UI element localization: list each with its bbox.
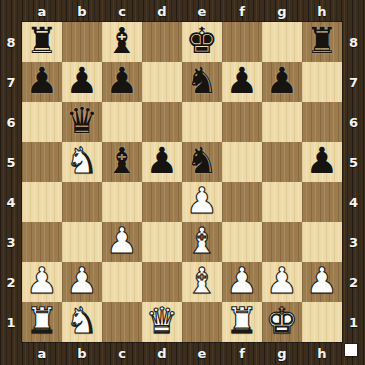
file-label-c: c <box>102 0 142 22</box>
square-f8[interactable] <box>222 22 262 62</box>
square-g8[interactable] <box>262 22 302 62</box>
piece-bK[interactable]: ♚︎ <box>186 23 218 59</box>
square-c5[interactable]: ♝︎ <box>102 142 142 182</box>
piece-bP[interactable]: ♟︎ <box>146 143 178 179</box>
square-a6[interactable] <box>22 102 62 142</box>
piece-bP[interactable]: ♟︎ <box>306 143 338 179</box>
square-g1[interactable]: ♚︎ <box>262 302 302 342</box>
chess-board-frame: abcdefgh 87654321 ♜︎♝︎♚︎♜︎♟︎♟︎♟︎♞︎♟︎♟︎♛︎… <box>0 0 365 365</box>
square-c7[interactable]: ♟︎ <box>102 62 142 102</box>
square-d5[interactable]: ♟︎ <box>142 142 182 182</box>
square-g7[interactable]: ♟︎ <box>262 62 302 102</box>
file-label-a: a <box>22 342 62 365</box>
ranks-left: 87654321 <box>0 22 22 342</box>
piece-wP[interactable]: ♟︎ <box>226 263 258 299</box>
file-label-h: h <box>302 342 342 365</box>
piece-bP[interactable]: ♟︎ <box>226 63 258 99</box>
square-f3[interactable] <box>222 222 262 262</box>
square-b5[interactable]: ♞︎ <box>62 142 102 182</box>
square-e7[interactable]: ♞︎ <box>182 62 222 102</box>
rank-label-2: 2 <box>0 262 22 302</box>
piece-bP[interactable]: ♟︎ <box>66 63 98 99</box>
square-b6[interactable]: ♛︎ <box>62 102 102 142</box>
piece-wP[interactable]: ♟︎ <box>26 263 58 299</box>
square-g2[interactable]: ♟︎ <box>262 262 302 302</box>
square-c2[interactable] <box>102 262 142 302</box>
square-f4[interactable] <box>222 182 262 222</box>
square-e6[interactable] <box>182 102 222 142</box>
square-h4[interactable] <box>302 182 342 222</box>
file-label-d: d <box>142 0 182 22</box>
piece-wK[interactable]: ♚︎ <box>266 303 298 339</box>
files-top: abcdefgh <box>22 0 342 22</box>
square-d6[interactable] <box>142 102 182 142</box>
file-label-c: c <box>102 342 142 365</box>
piece-bB[interactable]: ♝︎ <box>106 143 138 179</box>
square-b7[interactable]: ♟︎ <box>62 62 102 102</box>
square-b8[interactable] <box>62 22 102 62</box>
files-bottom: abcdefgh <box>22 342 342 365</box>
rank-label-8: 8 <box>0 22 22 62</box>
square-a5[interactable] <box>22 142 62 182</box>
square-a8[interactable]: ♜︎ <box>22 22 62 62</box>
square-h1[interactable] <box>302 302 342 342</box>
square-a7[interactable]: ♟︎ <box>22 62 62 102</box>
square-c6[interactable] <box>102 102 142 142</box>
rank-label-1: 1 <box>0 302 22 342</box>
piece-bP[interactable]: ♟︎ <box>266 63 298 99</box>
piece-bB[interactable]: ♝︎ <box>106 23 138 59</box>
square-g4[interactable] <box>262 182 302 222</box>
piece-wR[interactable]: ♜︎ <box>26 303 58 339</box>
rank-label-4: 4 <box>0 182 22 222</box>
piece-wQ[interactable]: ♛︎ <box>146 303 178 339</box>
square-b1[interactable]: ♞︎ <box>62 302 102 342</box>
piece-wP[interactable]: ♟︎ <box>266 263 298 299</box>
rank-label-5: 5 <box>0 142 22 182</box>
square-h3[interactable] <box>302 222 342 262</box>
file-label-f: f <box>222 0 262 22</box>
square-d8[interactable] <box>142 22 182 62</box>
square-e1[interactable] <box>182 302 222 342</box>
square-c1[interactable] <box>102 302 142 342</box>
piece-wN[interactable]: ♞︎ <box>66 303 98 339</box>
rank-label-7: 7 <box>342 62 365 102</box>
square-c8[interactable]: ♝︎ <box>102 22 142 62</box>
square-a1[interactable]: ♜︎ <box>22 302 62 342</box>
board: ♜︎♝︎♚︎♜︎♟︎♟︎♟︎♞︎♟︎♟︎♛︎♞︎♝︎♟︎♞︎♟︎♟︎♟︎♝︎♟︎… <box>22 22 342 342</box>
piece-bN[interactable]: ♞︎ <box>186 143 218 179</box>
ranks-right: 87654321 <box>342 22 365 342</box>
piece-wP[interactable]: ♟︎ <box>186 183 218 219</box>
rank-label-6: 6 <box>0 102 22 142</box>
rank-label-5: 5 <box>342 142 365 182</box>
rank-label-2: 2 <box>342 262 365 302</box>
file-label-d: d <box>142 342 182 365</box>
square-h8[interactable]: ♜︎ <box>302 22 342 62</box>
piece-wR[interactable]: ♜︎ <box>226 303 258 339</box>
piece-bQ[interactable]: ♛︎ <box>66 103 98 139</box>
piece-wP[interactable]: ♟︎ <box>66 263 98 299</box>
file-label-e: e <box>182 0 222 22</box>
piece-wP[interactable]: ♟︎ <box>306 263 338 299</box>
rank-label-3: 3 <box>342 222 365 262</box>
piece-wP[interactable]: ♟︎ <box>106 223 138 259</box>
square-c3[interactable]: ♟︎ <box>102 222 142 262</box>
square-c4[interactable] <box>102 182 142 222</box>
square-h6[interactable] <box>302 102 342 142</box>
square-h7[interactable] <box>302 62 342 102</box>
rank-label-7: 7 <box>0 62 22 102</box>
file-label-b: b <box>62 342 102 365</box>
piece-wN[interactable]: ♞︎ <box>66 143 98 179</box>
square-f2[interactable]: ♟︎ <box>222 262 262 302</box>
piece-wB[interactable]: ♝︎ <box>186 223 218 259</box>
rank-label-4: 4 <box>342 182 365 222</box>
piece-bP[interactable]: ♟︎ <box>26 63 58 99</box>
piece-bR[interactable]: ♜︎ <box>306 23 338 59</box>
piece-bP[interactable]: ♟︎ <box>106 63 138 99</box>
rank-label-3: 3 <box>0 222 22 262</box>
square-e5[interactable]: ♞︎ <box>182 142 222 182</box>
file-label-g: g <box>262 0 302 22</box>
file-label-g: g <box>262 342 302 365</box>
square-f6[interactable] <box>222 102 262 142</box>
square-d2[interactable] <box>142 262 182 302</box>
file-label-h: h <box>302 0 342 22</box>
file-label-b: b <box>62 0 102 22</box>
square-g5[interactable] <box>262 142 302 182</box>
square-f7[interactable]: ♟︎ <box>222 62 262 102</box>
rank-label-1: 1 <box>342 302 365 342</box>
file-label-e: e <box>182 342 222 365</box>
square-d1[interactable]: ♛︎ <box>142 302 182 342</box>
piece-bR[interactable]: ♜︎ <box>26 23 58 59</box>
square-b4[interactable] <box>62 182 102 222</box>
square-a4[interactable] <box>22 182 62 222</box>
white-to-move-indicator <box>345 344 357 356</box>
rank-label-8: 8 <box>342 22 365 62</box>
piece-bN[interactable]: ♞︎ <box>186 63 218 99</box>
square-h5[interactable]: ♟︎ <box>302 142 342 182</box>
square-d7[interactable] <box>142 62 182 102</box>
square-a2[interactable]: ♟︎ <box>22 262 62 302</box>
square-f5[interactable] <box>222 142 262 182</box>
square-b2[interactable]: ♟︎ <box>62 262 102 302</box>
rank-label-6: 6 <box>342 102 365 142</box>
square-e8[interactable]: ♚︎ <box>182 22 222 62</box>
square-e4[interactable]: ♟︎ <box>182 182 222 222</box>
square-e2[interactable]: ♝︎ <box>182 262 222 302</box>
square-a3[interactable] <box>22 222 62 262</box>
square-e3[interactable]: ♝︎ <box>182 222 222 262</box>
square-b3[interactable] <box>62 222 102 262</box>
file-label-a: a <box>22 0 62 22</box>
file-label-f: f <box>222 342 262 365</box>
square-d3[interactable] <box>142 222 182 262</box>
square-g3[interactable] <box>262 222 302 262</box>
square-f1[interactable]: ♜︎ <box>222 302 262 342</box>
square-d4[interactable] <box>142 182 182 222</box>
piece-wB[interactable]: ♝︎ <box>186 263 218 299</box>
square-h2[interactable]: ♟︎ <box>302 262 342 302</box>
square-g6[interactable] <box>262 102 302 142</box>
